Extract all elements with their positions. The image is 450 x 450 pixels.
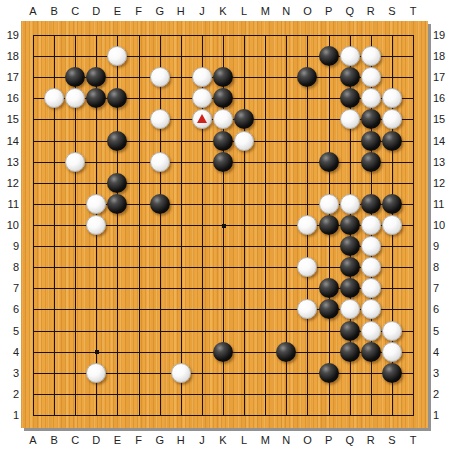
coord-label-top-D: D	[92, 5, 100, 17]
stone-black-Q17	[340, 67, 360, 87]
stone-white-R16	[361, 88, 381, 108]
coord-label-bottom-M: M	[261, 434, 270, 446]
coord-label-top-E: E	[114, 5, 121, 17]
stone-black-S14	[382, 131, 402, 151]
stone-white-H3	[171, 363, 191, 383]
stone-white-G15	[150, 109, 170, 129]
coord-label-top-B: B	[50, 5, 57, 17]
coord-label-top-A: A	[29, 5, 36, 17]
stone-black-S3	[382, 363, 402, 383]
coord-label-left-19: 19	[3, 29, 19, 41]
stone-white-Q18	[340, 46, 360, 66]
stone-white-R7	[361, 278, 381, 298]
coord-label-right-5: 5	[433, 325, 449, 337]
last-move-triangle-marker	[197, 114, 207, 123]
coord-label-bottom-J: J	[199, 434, 205, 446]
coord-label-left-1: 1	[3, 409, 19, 421]
stone-white-Q11	[340, 194, 360, 214]
stone-white-G13	[150, 152, 170, 172]
stone-white-R17	[361, 67, 381, 87]
coord-label-right-10: 10	[433, 219, 449, 231]
stone-black-P3	[319, 363, 339, 383]
coord-label-bottom-F: F	[135, 434, 142, 446]
coord-label-left-11: 11	[3, 198, 19, 210]
coord-label-left-8: 8	[3, 261, 19, 273]
stone-white-L14	[234, 131, 254, 151]
go-game-screenshot: AABBCCDDEEFFGGHHJJKKLLMMNNOOPPQQRRSSTT19…	[0, 0, 450, 450]
coord-label-bottom-E: E	[114, 434, 121, 446]
stone-white-P11	[319, 194, 339, 214]
coord-label-top-G: G	[155, 5, 164, 17]
coord-label-right-3: 3	[433, 367, 449, 379]
stone-white-S5	[382, 321, 402, 341]
coord-label-top-Q: Q	[345, 5, 354, 17]
stone-black-S11	[382, 194, 402, 214]
coord-label-left-7: 7	[3, 282, 19, 294]
stone-black-R11	[361, 194, 381, 214]
coord-label-bottom-C: C	[71, 434, 79, 446]
stone-white-R10	[361, 215, 381, 235]
stone-white-R9	[361, 236, 381, 256]
star-point-K10	[222, 224, 226, 228]
coord-label-left-9: 9	[3, 240, 19, 252]
coord-label-right-16: 16	[433, 92, 449, 104]
stone-black-Q7	[340, 278, 360, 298]
coord-label-top-M: M	[261, 5, 270, 17]
coord-label-top-P: P	[325, 5, 332, 17]
stone-black-Q16	[340, 88, 360, 108]
coord-label-left-12: 12	[3, 177, 19, 189]
stone-white-C13	[65, 152, 85, 172]
coord-label-right-14: 14	[433, 135, 449, 147]
coord-label-top-J: J	[199, 5, 205, 17]
coord-label-left-2: 2	[3, 388, 19, 400]
coord-label-left-16: 16	[3, 92, 19, 104]
coord-label-right-12: 12	[433, 177, 449, 189]
coord-label-right-4: 4	[433, 346, 449, 358]
coord-label-bottom-N: N	[282, 434, 290, 446]
stone-black-E14	[107, 131, 127, 151]
stone-white-G17	[150, 67, 170, 87]
coord-label-bottom-T: T	[410, 434, 417, 446]
coord-label-left-13: 13	[3, 156, 19, 168]
stone-black-N4	[276, 342, 296, 362]
grid-line-vertical	[244, 35, 245, 416]
coord-label-right-8: 8	[433, 261, 449, 273]
stone-black-P7	[319, 278, 339, 298]
stone-black-Q8	[340, 257, 360, 277]
coord-label-left-4: 4	[3, 346, 19, 358]
coord-label-top-O: O	[303, 5, 312, 17]
coord-label-top-L: L	[241, 5, 247, 17]
coord-label-right-11: 11	[433, 198, 449, 210]
stone-white-R18	[361, 46, 381, 66]
coord-label-top-H: H	[177, 5, 185, 17]
coord-label-left-15: 15	[3, 113, 19, 125]
stone-white-S4	[382, 342, 402, 362]
coord-label-right-15: 15	[433, 113, 449, 125]
coord-label-bottom-S: S	[388, 434, 395, 446]
coord-label-bottom-G: G	[155, 434, 164, 446]
coord-label-right-19: 19	[433, 29, 449, 41]
coord-label-bottom-A: A	[29, 434, 36, 446]
coord-label-left-17: 17	[3, 71, 19, 83]
stone-black-R4	[361, 342, 381, 362]
coord-label-top-F: F	[135, 5, 142, 17]
stone-white-R5	[361, 321, 381, 341]
coord-label-bottom-L: L	[241, 434, 247, 446]
coord-label-bottom-Q: Q	[345, 434, 354, 446]
star-point-D4	[95, 350, 99, 354]
stone-black-Q4	[340, 342, 360, 362]
stone-black-P6	[319, 299, 339, 319]
coord-label-bottom-K: K	[219, 434, 226, 446]
coord-label-right-18: 18	[433, 50, 449, 62]
stone-black-G11	[150, 194, 170, 214]
stone-white-S10	[382, 215, 402, 235]
coord-label-right-1: 1	[433, 409, 449, 421]
grid-line-vertical	[265, 35, 266, 416]
coord-label-right-13: 13	[433, 156, 449, 168]
coord-label-left-3: 3	[3, 367, 19, 379]
coord-label-bottom-H: H	[177, 434, 185, 446]
coord-label-left-18: 18	[3, 50, 19, 62]
stone-white-R8	[361, 257, 381, 277]
grid-line-horizontal	[33, 415, 414, 416]
coord-label-right-9: 9	[433, 240, 449, 252]
stone-white-J17	[192, 67, 212, 87]
coord-label-bottom-B: B	[50, 434, 57, 446]
stone-black-P10	[319, 215, 339, 235]
stone-black-Q5	[340, 321, 360, 341]
coord-label-top-N: N	[282, 5, 290, 17]
coord-label-bottom-P: P	[325, 434, 332, 446]
stone-black-P13	[319, 152, 339, 172]
stone-black-P18	[319, 46, 339, 66]
coord-label-right-2: 2	[433, 388, 449, 400]
coord-label-right-17: 17	[433, 71, 449, 83]
coord-label-top-C: C	[71, 5, 79, 17]
stone-black-K4	[213, 342, 233, 362]
coord-label-top-S: S	[388, 5, 395, 17]
coord-label-top-T: T	[410, 5, 417, 17]
coord-label-left-6: 6	[3, 303, 19, 315]
coord-label-left-10: 10	[3, 219, 19, 231]
coord-label-right-6: 6	[433, 303, 449, 315]
coord-label-bottom-O: O	[303, 434, 312, 446]
stone-white-D3	[86, 363, 106, 383]
coord-label-right-7: 7	[433, 282, 449, 294]
coord-label-top-R: R	[367, 5, 375, 17]
grid-line-horizontal	[33, 394, 414, 395]
stone-black-Q10	[340, 215, 360, 235]
coord-label-bottom-R: R	[367, 434, 375, 446]
coord-label-left-14: 14	[3, 135, 19, 147]
stone-black-R13	[361, 152, 381, 172]
coord-label-top-K: K	[219, 5, 226, 17]
stone-white-Q15	[340, 109, 360, 129]
stone-black-Q9	[340, 236, 360, 256]
stone-black-K14	[213, 131, 233, 151]
coord-label-bottom-D: D	[92, 434, 100, 446]
stone-black-R14	[361, 131, 381, 151]
stone-black-K13	[213, 152, 233, 172]
grid-line-vertical	[413, 35, 414, 416]
coord-label-left-5: 5	[3, 325, 19, 337]
stone-white-Q6	[340, 299, 360, 319]
